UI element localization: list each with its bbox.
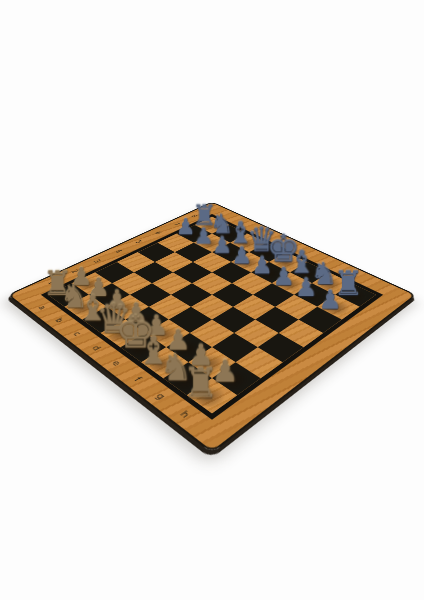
- chess-set-product-photo: ♜♞♝♛♚♝♞♜♟♟♟♟♟♟♟♟♟♟♟♟♟♟♟♟♜♞♝♛♚♝♞♜ abcdefg…: [0, 0, 424, 600]
- piece-white-rook[interactable]: ♜: [182, 363, 218, 404]
- board-grid: ♜♞♝♛♚♝♞♜♟♟♟♟♟♟♟♟♟♟♟♟♟♟♟♟♜♞♝♛♚♝♞♜: [41, 214, 383, 420]
- board-perspective-wrapper: ♜♞♝♛♚♝♞♜♟♟♟♟♟♟♟♟♟♟♟♟♟♟♟♟♜♞♝♛♚♝♞♜ abcdefg…: [7, 202, 417, 454]
- chess-board: ♜♞♝♛♚♝♞♜♟♟♟♟♟♟♟♟♟♟♟♟♟♟♟♟♜♞♝♛♚♝♞♜ abcdefg…: [7, 202, 417, 454]
- piece-black-pawn[interactable]: ♟: [315, 287, 345, 313]
